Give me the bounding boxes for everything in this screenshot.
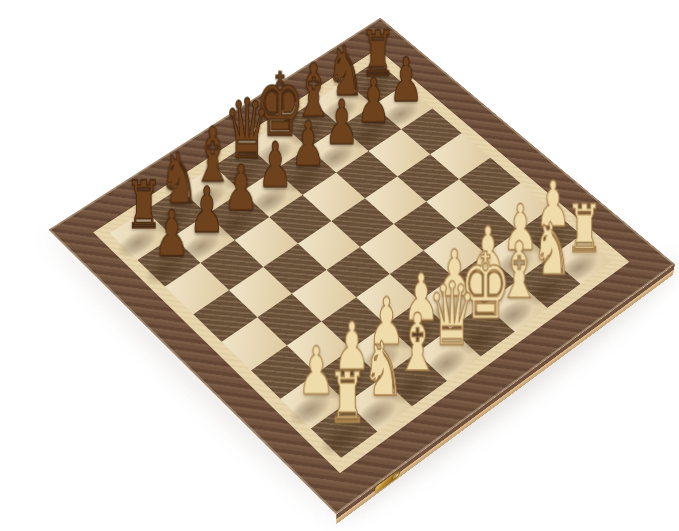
scene: ♜♞♟♝♟♚♟♛♟♝♟♞♟♟♜♟♟♜♟♟♞♟♝♟♚♟♛♟♝♟♞♜ xyxy=(0,0,679,531)
product-photo: ♜♞♟♝♟♚♟♛♟♝♟♞♟♟♜♟♟♜♟♟♞♟♝♟♚♟♛♟♝♟♞♜ xyxy=(0,0,679,531)
white-rook-a1: ♜ xyxy=(304,364,391,434)
black-pawn-a7: ♟ xyxy=(131,201,213,265)
chess-board: ♜♞♟♝♟♚♟♛♟♝♟♞♟♟♜♟♟♜♟♟♞♟♝♟♚♟♛♟♝♟♞♜ xyxy=(48,18,674,515)
